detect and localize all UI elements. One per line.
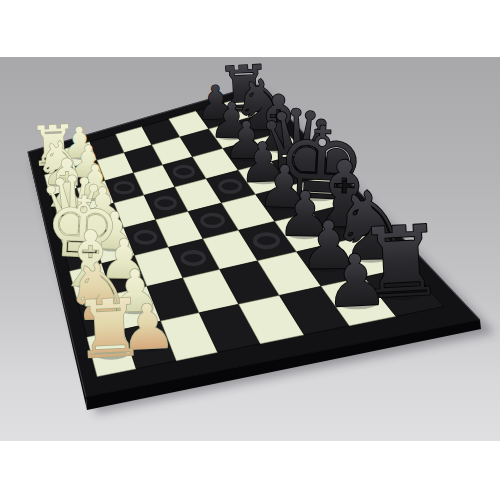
chessboard-photo: ♜♟♞♟♝♟♟♜♛♟♟♞♚♟♝♟♟♝♛♟♟♚♞♟♟♝♜♟♟♞♟♜ bbox=[0, 0, 500, 500]
auction-photo-frame: ♜♟♞♟♝♟♟♜♛♟♟♞♚♟♝♟♟♝♛♟♟♚♞♟♟♝♜♟♟♞♟♜ bbox=[0, 0, 500, 500]
piece-black-pawn-h7: ♟ bbox=[322, 238, 390, 324]
letterbox-bottom bbox=[0, 441, 500, 500]
letterbox-top bbox=[0, 0, 500, 57]
piece-white-rook-h1: ♜ bbox=[72, 281, 147, 377]
